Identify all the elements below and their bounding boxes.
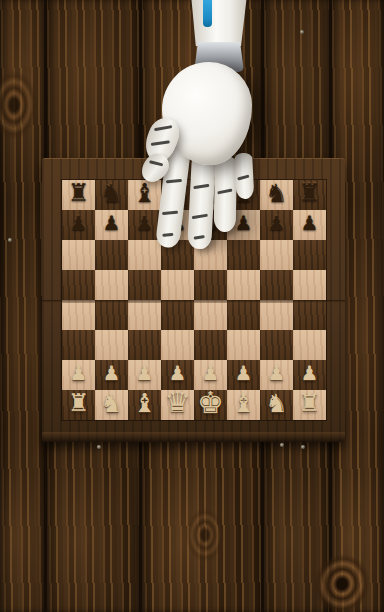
piece-white-pawn[interactable]: ♟ (301, 363, 319, 383)
piece-white-bishop[interactable]: ♝ (133, 390, 156, 416)
square-g3[interactable] (260, 330, 293, 360)
square-d4[interactable] (161, 300, 194, 330)
board-hinge (301, 445, 305, 449)
square-h2[interactable]: ♟ (293, 360, 326, 390)
wood-knot (180, 500, 230, 570)
square-c5[interactable] (128, 270, 161, 300)
square-e3[interactable] (194, 330, 227, 360)
piece-white-pawn[interactable]: ♟ (136, 363, 154, 383)
square-a2[interactable]: ♟ (62, 360, 95, 390)
finger-joint-crease (193, 184, 210, 190)
square-a6[interactable] (62, 240, 95, 270)
piece-black-pawn[interactable]: ♟ (103, 213, 121, 233)
square-h4[interactable] (293, 300, 326, 330)
square-h1[interactable]: ♜ (293, 390, 326, 420)
piece-white-pawn[interactable]: ♟ (70, 363, 88, 383)
square-b7[interactable]: ♟ (95, 210, 128, 240)
thumb-joint-crease (149, 160, 164, 166)
board-hinge (280, 443, 284, 447)
finger-joint-crease (162, 211, 179, 215)
piece-white-rook[interactable]: ♜ (68, 391, 90, 415)
square-d5[interactable] (161, 270, 194, 300)
square-c6[interactable] (128, 240, 161, 270)
piece-white-pawn[interactable]: ♟ (103, 363, 121, 383)
nail-head (300, 30, 304, 34)
piece-white-rook[interactable]: ♜ (299, 391, 321, 415)
square-a5[interactable] (62, 270, 95, 300)
thumb-joint-crease (150, 140, 169, 146)
square-a3[interactable] (62, 330, 95, 360)
piece-white-knight[interactable]: ♞ (265, 391, 287, 416)
square-f4[interactable] (227, 300, 260, 330)
square-h3[interactable] (293, 330, 326, 360)
square-f2[interactable]: ♟ (227, 360, 260, 390)
square-b4[interactable] (95, 300, 128, 330)
square-f5[interactable] (227, 270, 260, 300)
square-b1[interactable]: ♞ (95, 390, 128, 420)
square-h8[interactable]: ♜ (293, 180, 326, 210)
piece-white-pawn[interactable]: ♟ (169, 363, 187, 383)
square-c1[interactable]: ♝ (128, 390, 161, 420)
square-g5[interactable] (260, 270, 293, 300)
piece-white-pawn[interactable]: ♟ (235, 363, 253, 383)
piece-black-pawn[interactable]: ♟ (301, 213, 319, 233)
nail-head (8, 238, 12, 242)
square-f3[interactable] (227, 330, 260, 360)
square-g1[interactable]: ♞ (260, 390, 293, 420)
square-b6[interactable] (95, 240, 128, 270)
piece-white-queen[interactable]: ♛ (165, 388, 191, 417)
square-g4[interactable] (260, 300, 293, 330)
square-b3[interactable] (95, 330, 128, 360)
square-f1[interactable]: ♝ (227, 390, 260, 420)
piece-black-pawn[interactable]: ♟ (136, 213, 154, 233)
piece-black-rook[interactable]: ♜ (299, 181, 321, 205)
square-c3[interactable] (128, 330, 161, 360)
finger-joint-crease (217, 189, 232, 195)
piece-black-rook[interactable]: ♜ (68, 181, 90, 205)
square-b2[interactable]: ♟ (95, 360, 128, 390)
square-a4[interactable] (62, 300, 95, 330)
board-fold-seam (42, 300, 345, 303)
finger-joint-crease (166, 179, 183, 183)
forearm-blue-stripe (203, 0, 212, 27)
thumb-joint-crease (154, 125, 172, 131)
finger-joint-crease (192, 214, 209, 220)
finger-joint-crease (237, 174, 250, 180)
robot-finger-pinky (234, 153, 254, 200)
robot-finger-middle (187, 154, 216, 249)
robot-forearm (190, 0, 248, 46)
robot-finger-ring (214, 156, 237, 232)
square-c8[interactable]: ♝ (128, 180, 161, 210)
square-d3[interactable] (161, 330, 194, 360)
square-a8[interactable]: ♜ (62, 180, 95, 210)
scene: ♜♞♝♛♚♝♞♜♟♟♟♟♟♟♟♟♟♟♟♟♟♟♟♟♜♞♝♛♚♝♞♜ (0, 0, 384, 612)
square-e1[interactable]: ♚ (194, 390, 227, 420)
square-h7[interactable]: ♟ (293, 210, 326, 240)
square-b5[interactable] (95, 270, 128, 300)
piece-black-bishop[interactable]: ♝ (133, 180, 156, 206)
square-h6[interactable] (293, 240, 326, 270)
piece-black-pawn[interactable]: ♟ (70, 213, 88, 233)
square-a7[interactable]: ♟ (62, 210, 95, 240)
square-h5[interactable] (293, 270, 326, 300)
board-hinge (97, 445, 101, 449)
square-a1[interactable]: ♜ (62, 390, 95, 420)
finger-joint-crease (193, 235, 204, 240)
finger-joint-crease (162, 233, 173, 237)
square-g2[interactable]: ♟ (260, 360, 293, 390)
board-edge (42, 432, 345, 442)
square-e4[interactable] (194, 300, 227, 330)
piece-white-pawn[interactable]: ♟ (268, 363, 286, 383)
square-c2[interactable]: ♟ (128, 360, 161, 390)
square-e5[interactable] (194, 270, 227, 300)
piece-white-knight[interactable]: ♞ (100, 391, 122, 416)
square-d1[interactable]: ♛ (161, 390, 194, 420)
piece-white-pawn[interactable]: ♟ (202, 363, 220, 383)
piece-white-king[interactable]: ♚ (197, 388, 224, 418)
piece-white-bishop[interactable]: ♝ (232, 390, 255, 416)
piece-black-knight[interactable]: ♞ (100, 181, 122, 206)
square-c4[interactable] (128, 300, 161, 330)
square-b8[interactable]: ♞ (95, 180, 128, 210)
